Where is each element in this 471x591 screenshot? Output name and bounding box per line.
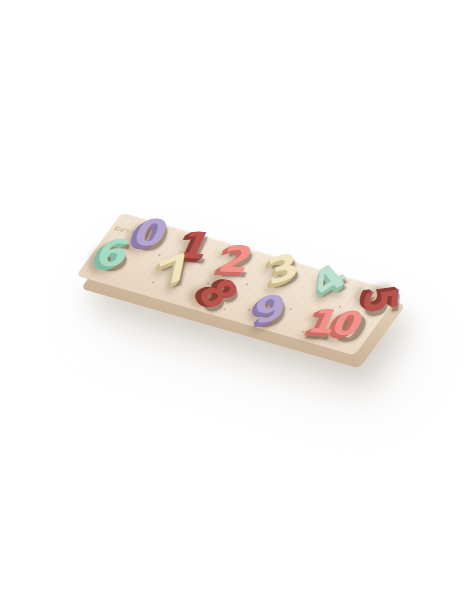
wood-speck — [152, 281, 155, 283]
piece-3[interactable]: 3 — [264, 247, 301, 290]
wood-speck — [248, 309, 251, 311]
product-photo-stage: Kid's Concept 0 0 1 1 2 2 3 3 4 4 — [0, 0, 471, 591]
piece-9[interactable]: 9 — [254, 288, 287, 329]
wood-speck — [289, 308, 292, 310]
piece-6[interactable]: 6 — [92, 235, 135, 271]
